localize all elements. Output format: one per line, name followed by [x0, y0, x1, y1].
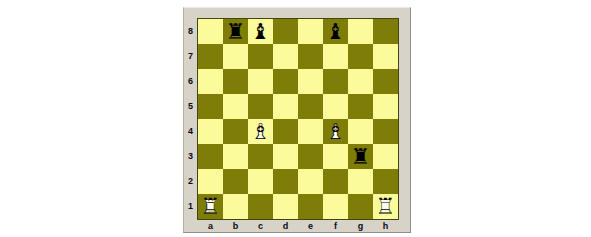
- square-a4[interactable]: [198, 119, 223, 144]
- piece-black-bishop-c8[interactable]: ♝: [248, 19, 273, 44]
- square-c3[interactable]: [248, 144, 273, 169]
- square-d4[interactable]: [273, 119, 298, 144]
- file-labels: abcdefgh: [198, 220, 398, 233]
- square-e7[interactable]: [298, 44, 323, 69]
- square-d1[interactable]: [273, 194, 298, 219]
- piece-black-rook-g3[interactable]: ♜: [348, 144, 373, 169]
- file-label-g: g: [348, 220, 373, 233]
- square-g5[interactable]: [348, 94, 373, 119]
- square-f5[interactable]: [323, 94, 348, 119]
- bishop-glyph: ♝: [248, 19, 273, 44]
- square-f3[interactable]: [323, 144, 348, 169]
- file-label-a: a: [198, 220, 223, 233]
- square-c1[interactable]: [248, 194, 273, 219]
- square-a7[interactable]: [198, 44, 223, 69]
- square-d7[interactable]: [273, 44, 298, 69]
- square-c2[interactable]: [248, 169, 273, 194]
- rank-labels: 87654321: [184, 19, 197, 219]
- file-label-d: d: [273, 220, 298, 233]
- square-a6[interactable]: [198, 69, 223, 94]
- square-e6[interactable]: [298, 69, 323, 94]
- square-a8[interactable]: [198, 19, 223, 44]
- rank-label-3: 3: [184, 144, 197, 169]
- square-g8[interactable]: [348, 19, 373, 44]
- square-a5[interactable]: [198, 94, 223, 119]
- square-b7[interactable]: [223, 44, 248, 69]
- square-b5[interactable]: [223, 94, 248, 119]
- piece-black-rook-b8[interactable]: ♜: [223, 19, 248, 44]
- square-c5[interactable]: [248, 94, 273, 119]
- square-d5[interactable]: [273, 94, 298, 119]
- bishop-outline-glyph: ♗: [323, 119, 348, 144]
- square-a3[interactable]: [198, 144, 223, 169]
- square-f4[interactable]: ♝♗: [323, 119, 348, 144]
- piece-black-bishop-f8[interactable]: ♝: [323, 19, 348, 44]
- bishop-glyph: ♝: [323, 19, 348, 44]
- file-label-f: f: [323, 220, 348, 233]
- square-h3[interactable]: [373, 144, 398, 169]
- rook-glyph: ♜: [223, 19, 248, 44]
- rank-label-4: 4: [184, 119, 197, 144]
- square-h5[interactable]: [373, 94, 398, 119]
- square-g3[interactable]: ♜: [348, 144, 373, 169]
- rank-label-1: 1: [184, 194, 197, 219]
- rank-label-2: 2: [184, 169, 197, 194]
- piece-white-rook-a1[interactable]: ♜♖: [198, 194, 223, 219]
- piece-white-bishop-f4[interactable]: ♝♗: [323, 119, 348, 144]
- square-g4[interactable]: [348, 119, 373, 144]
- square-h1[interactable]: ♜♖: [373, 194, 398, 219]
- rank-label-5: 5: [184, 94, 197, 119]
- square-h7[interactable]: [373, 44, 398, 69]
- square-d8[interactable]: [273, 19, 298, 44]
- square-b1[interactable]: [223, 194, 248, 219]
- square-b2[interactable]: [223, 169, 248, 194]
- square-e8[interactable]: [298, 19, 323, 44]
- square-f6[interactable]: [323, 69, 348, 94]
- square-f7[interactable]: [323, 44, 348, 69]
- square-b4[interactable]: [223, 119, 248, 144]
- square-e3[interactable]: [298, 144, 323, 169]
- square-h8[interactable]: [373, 19, 398, 44]
- square-c4[interactable]: ♝♗: [248, 119, 273, 144]
- square-c7[interactable]: [248, 44, 273, 69]
- square-c6[interactable]: [248, 69, 273, 94]
- file-label-e: e: [298, 220, 323, 233]
- square-a1[interactable]: ♜♖: [198, 194, 223, 219]
- square-a2[interactable]: [198, 169, 223, 194]
- square-f8[interactable]: ♝: [323, 19, 348, 44]
- file-label-h: h: [373, 220, 398, 233]
- square-g7[interactable]: [348, 44, 373, 69]
- square-g6[interactable]: [348, 69, 373, 94]
- rook-glyph: ♜: [348, 144, 373, 169]
- square-h6[interactable]: [373, 69, 398, 94]
- piece-white-bishop-c4[interactable]: ♝♗: [248, 119, 273, 144]
- piece-white-rook-h1[interactable]: ♜♖: [373, 194, 398, 219]
- square-f1[interactable]: [323, 194, 348, 219]
- file-label-c: c: [248, 220, 273, 233]
- bishop-outline-glyph: ♗: [248, 119, 273, 144]
- square-g1[interactable]: [348, 194, 373, 219]
- rank-label-8: 8: [184, 19, 197, 44]
- square-d2[interactable]: [273, 169, 298, 194]
- square-b6[interactable]: [223, 69, 248, 94]
- square-g2[interactable]: [348, 169, 373, 194]
- square-e4[interactable]: [298, 119, 323, 144]
- square-b8[interactable]: ♜: [223, 19, 248, 44]
- rank-label-6: 6: [184, 69, 197, 94]
- rank-label-7: 7: [184, 44, 197, 69]
- square-d6[interactable]: [273, 69, 298, 94]
- square-h2[interactable]: [373, 169, 398, 194]
- square-e5[interactable]: [298, 94, 323, 119]
- square-e2[interactable]: [298, 169, 323, 194]
- chess-board-frame: 87654321 ♜♝♝♝♗♝♗♜♜♖♜♖ abcdefgh: [183, 7, 411, 233]
- square-c8[interactable]: ♝: [248, 19, 273, 44]
- square-e1[interactable]: [298, 194, 323, 219]
- rook-outline-glyph: ♖: [373, 194, 398, 219]
- square-f2[interactable]: [323, 169, 348, 194]
- rook-outline-glyph: ♖: [198, 194, 223, 219]
- square-h4[interactable]: [373, 119, 398, 144]
- square-b3[interactable]: [223, 144, 248, 169]
- square-d3[interactable]: [273, 144, 298, 169]
- chess-board: ♜♝♝♝♗♝♗♜♜♖♜♖: [197, 18, 399, 220]
- file-label-b: b: [223, 220, 248, 233]
